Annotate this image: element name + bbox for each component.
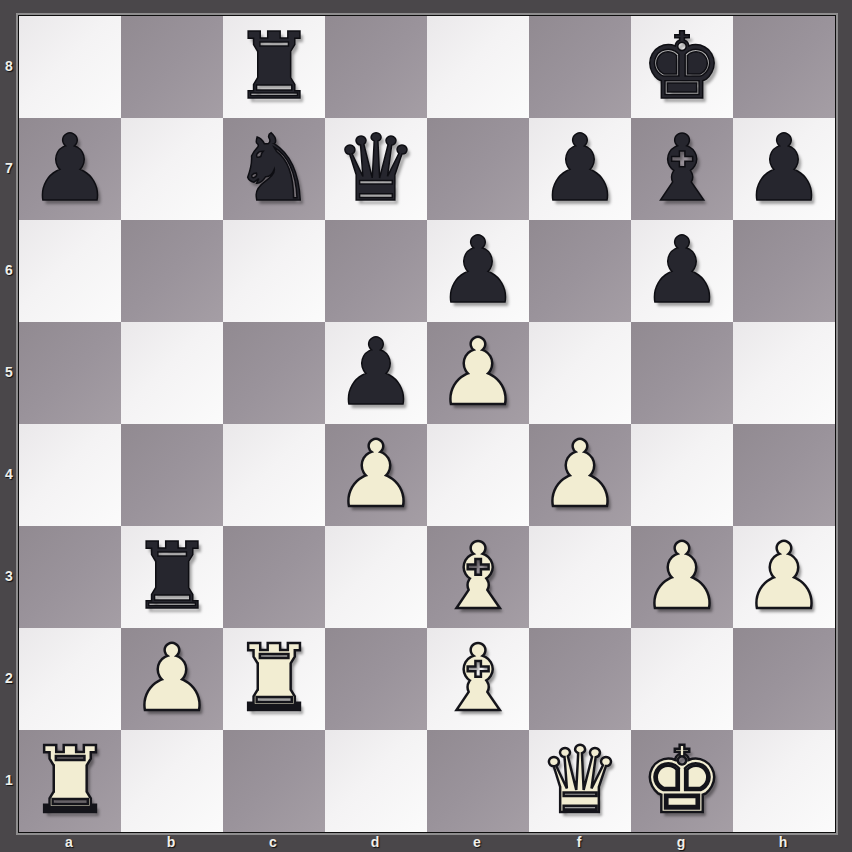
square-c8[interactable]: ♜	[223, 16, 325, 118]
square-h7[interactable]: ♟	[733, 118, 835, 220]
square-b1[interactable]	[121, 730, 223, 832]
square-c1[interactable]	[223, 730, 325, 832]
piece-black-pawn[interactable]: ♟	[437, 220, 519, 322]
piece-white-bishop[interactable]: ♝	[437, 526, 519, 628]
rank-label-7: 7	[0, 117, 18, 219]
rank-label-1: 1	[0, 729, 18, 831]
square-d5[interactable]: ♟	[325, 322, 427, 424]
square-a4[interactable]	[19, 424, 121, 526]
square-b6[interactable]	[121, 220, 223, 322]
square-d7[interactable]: ♛	[325, 118, 427, 220]
square-c4[interactable]	[223, 424, 325, 526]
square-g3[interactable]: ♟	[631, 526, 733, 628]
square-h5[interactable]	[733, 322, 835, 424]
piece-white-king[interactable]: ♚	[641, 730, 723, 832]
square-e1[interactable]	[427, 730, 529, 832]
piece-white-pawn[interactable]: ♟	[743, 526, 825, 628]
square-b7[interactable]	[121, 118, 223, 220]
piece-black-pawn[interactable]: ♟	[743, 118, 825, 220]
square-a8[interactable]	[19, 16, 121, 118]
piece-black-queen[interactable]: ♛	[335, 118, 417, 220]
square-g1[interactable]: ♚	[631, 730, 733, 832]
square-c2[interactable]: ♜	[223, 628, 325, 730]
square-b2[interactable]: ♟	[121, 628, 223, 730]
square-h3[interactable]: ♟	[733, 526, 835, 628]
square-b8[interactable]	[121, 16, 223, 118]
piece-black-knight[interactable]: ♞	[233, 118, 315, 220]
square-e8[interactable]	[427, 16, 529, 118]
square-b5[interactable]	[121, 322, 223, 424]
rank-labels: 8 7 6 5 4 3 2 1	[0, 15, 18, 831]
rank-label-4: 4	[0, 423, 18, 525]
rank-label-8: 8	[0, 15, 18, 117]
file-label-b: b	[120, 832, 222, 852]
square-d4[interactable]: ♟	[325, 424, 427, 526]
square-e7[interactable]	[427, 118, 529, 220]
square-g5[interactable]	[631, 322, 733, 424]
square-g4[interactable]	[631, 424, 733, 526]
square-g7[interactable]: ♝	[631, 118, 733, 220]
file-labels: a b c d e f g h	[18, 832, 834, 852]
square-e3[interactable]: ♝	[427, 526, 529, 628]
piece-white-rook[interactable]: ♜	[29, 730, 111, 832]
piece-white-bishop[interactable]: ♝	[437, 628, 519, 730]
square-c3[interactable]	[223, 526, 325, 628]
square-f1[interactable]: ♛	[529, 730, 631, 832]
square-f5[interactable]	[529, 322, 631, 424]
file-label-d: d	[324, 832, 426, 852]
square-f2[interactable]	[529, 628, 631, 730]
piece-white-queen[interactable]: ♛	[539, 730, 621, 832]
square-c7[interactable]: ♞	[223, 118, 325, 220]
square-a7[interactable]: ♟	[19, 118, 121, 220]
file-label-g: g	[630, 832, 732, 852]
piece-black-bishop[interactable]: ♝	[641, 118, 723, 220]
square-h8[interactable]	[733, 16, 835, 118]
piece-white-pawn[interactable]: ♟	[539, 424, 621, 526]
square-c6[interactable]	[223, 220, 325, 322]
square-e6[interactable]: ♟	[427, 220, 529, 322]
piece-black-rook[interactable]: ♜	[233, 16, 315, 118]
piece-black-pawn[interactable]: ♟	[29, 118, 111, 220]
square-d6[interactable]	[325, 220, 427, 322]
square-g2[interactable]	[631, 628, 733, 730]
square-g8[interactable]: ♚	[631, 16, 733, 118]
square-d1[interactable]	[325, 730, 427, 832]
square-f8[interactable]	[529, 16, 631, 118]
square-b4[interactable]	[121, 424, 223, 526]
piece-black-rook[interactable]: ♜	[131, 526, 213, 628]
file-label-c: c	[222, 832, 324, 852]
square-f4[interactable]: ♟	[529, 424, 631, 526]
square-a3[interactable]	[19, 526, 121, 628]
rank-label-2: 2	[0, 627, 18, 729]
square-a1[interactable]: ♜	[19, 730, 121, 832]
square-h6[interactable]	[733, 220, 835, 322]
piece-black-pawn[interactable]: ♟	[641, 220, 723, 322]
rank-label-5: 5	[0, 321, 18, 423]
chess-board: ♜♚♟♞♛♟♝♟♟♟♟♟♟♟♜♝♟♟♟♜♝♜♛♚	[18, 15, 836, 833]
square-h2[interactable]	[733, 628, 835, 730]
square-e5[interactable]: ♟	[427, 322, 529, 424]
file-label-f: f	[528, 832, 630, 852]
square-h1[interactable]	[733, 730, 835, 832]
piece-white-pawn[interactable]: ♟	[131, 628, 213, 730]
square-a2[interactable]	[19, 628, 121, 730]
square-f6[interactable]	[529, 220, 631, 322]
square-a6[interactable]	[19, 220, 121, 322]
square-d8[interactable]	[325, 16, 427, 118]
file-label-h: h	[732, 832, 834, 852]
file-label-e: e	[426, 832, 528, 852]
piece-white-pawn[interactable]: ♟	[437, 322, 519, 424]
piece-black-pawn[interactable]: ♟	[539, 118, 621, 220]
rank-label-6: 6	[0, 219, 18, 321]
square-d3[interactable]	[325, 526, 427, 628]
square-e4[interactable]	[427, 424, 529, 526]
square-a5[interactable]	[19, 322, 121, 424]
piece-black-king[interactable]: ♚	[641, 16, 723, 118]
square-h4[interactable]	[733, 424, 835, 526]
square-e2[interactable]: ♝	[427, 628, 529, 730]
piece-white-rook[interactable]: ♜	[233, 628, 315, 730]
square-b3[interactable]: ♜	[121, 526, 223, 628]
piece-white-pawn[interactable]: ♟	[335, 424, 417, 526]
piece-black-pawn[interactable]: ♟	[335, 322, 417, 424]
piece-white-pawn[interactable]: ♟	[641, 526, 723, 628]
square-c5[interactable]	[223, 322, 325, 424]
file-label-a: a	[18, 832, 120, 852]
square-d2[interactable]	[325, 628, 427, 730]
square-g6[interactable]: ♟	[631, 220, 733, 322]
square-f7[interactable]: ♟	[529, 118, 631, 220]
rank-label-3: 3	[0, 525, 18, 627]
square-f3[interactable]	[529, 526, 631, 628]
chess-app-frame: ♜♚♟♞♛♟♝♟♟♟♟♟♟♟♜♝♟♟♟♜♝♜♛♚ 8 7 6 5 4 3 2 1…	[0, 0, 852, 852]
